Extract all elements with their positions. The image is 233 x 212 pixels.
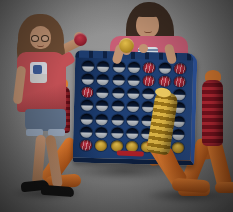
board-foot: [172, 178, 211, 194]
brand-logo-badge: [117, 150, 144, 156]
empty-hole: [112, 88, 124, 99]
empty-hole: [111, 114, 123, 125]
held-yellow-disc: [119, 38, 134, 53]
red-disc-stack-right: [202, 80, 223, 146]
board-cell: [157, 75, 173, 89]
board-cell: [93, 139, 109, 153]
empty-hole: [143, 89, 155, 100]
board-cell: [95, 60, 111, 74]
board-cell: [124, 126, 140, 140]
child-left-leg: [45, 135, 63, 189]
board-cell: [110, 100, 126, 114]
product-photo[interactable]: [0, 0, 233, 212]
empty-hole: [95, 127, 107, 138]
board-foot: [215, 182, 233, 193]
child-right-hand: [139, 44, 148, 53]
empty-hole: [96, 100, 108, 111]
board-cell: [109, 126, 125, 140]
child-left-smile: [37, 43, 44, 47]
board-cell: [110, 73, 126, 87]
empty-hole: [128, 75, 140, 86]
empty-hole: [111, 127, 123, 138]
board-cell: [125, 87, 141, 101]
child-left-denim-shorts: [25, 109, 66, 131]
empty-hole: [127, 114, 139, 125]
board-cell: [109, 113, 125, 127]
red-disc: [174, 76, 186, 87]
empty-hole: [111, 101, 123, 112]
child-left-sandal: [41, 185, 75, 197]
child-right-arms: [110, 0, 192, 68]
board-cell: [95, 73, 111, 87]
board-cell: [94, 99, 110, 113]
board-cell: [95, 86, 111, 100]
yellow-disc: [172, 142, 184, 153]
empty-hole: [127, 101, 139, 112]
glasses-icon: [41, 35, 49, 42]
child-left-shirt-graphic: [33, 65, 42, 74]
child-right-arm: [164, 43, 178, 65]
empty-hole: [97, 74, 109, 85]
empty-hole: [96, 87, 108, 98]
yellow-disc: [95, 140, 107, 151]
board-cell: [125, 100, 141, 114]
empty-hole: [126, 128, 138, 139]
empty-hole: [112, 75, 124, 86]
red-disc: [158, 76, 170, 87]
child-left-leg: [32, 135, 46, 186]
red-disc: [143, 75, 155, 86]
empty-hole: [172, 129, 184, 140]
board-cell: [126, 74, 142, 88]
empty-hole: [127, 88, 139, 99]
board-cell: [141, 74, 157, 88]
board-cell: [94, 126, 110, 140]
held-red-disc: [74, 33, 87, 46]
board-cell: [94, 112, 110, 126]
empty-hole: [97, 61, 109, 72]
glasses-icon: [31, 35, 39, 42]
board-cell: [125, 113, 141, 127]
board-cell: [172, 75, 188, 89]
empty-hole: [96, 114, 108, 125]
board-cell: [110, 87, 126, 101]
